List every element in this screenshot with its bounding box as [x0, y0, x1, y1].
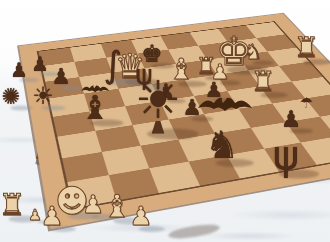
flying-bat-silhouette	[196, 93, 254, 113]
white-rook-sanitizer-bottle[interactable]: ♜	[293, 35, 318, 62]
captured-light-soap-dispenser-glyph: ♝	[103, 192, 131, 221]
black-pawn-umbrella[interactable]: ♟☂	[281, 109, 302, 131]
captured-light-ringed-pawn-glyph: ♟	[82, 193, 104, 217]
black-queen-coronavirus[interactable]: ☀	[135, 76, 182, 134]
white-rook-toilet-paper-glyph: ♜	[251, 69, 275, 95]
captured-dark-pawn-glyph: ♟	[10, 61, 28, 80]
captured-dark-pawn[interactable]: ♟	[31, 55, 49, 74]
black-rook-hand-glyph: ψ	[273, 136, 299, 174]
captured-light-ringed-pawn[interactable]: ♟	[82, 193, 104, 217]
black-pawn-umbrella-glyph: ♟	[281, 109, 302, 131]
black-rook-hand[interactable]: ψ	[273, 136, 299, 174]
umbrella-icon: ☂	[300, 96, 313, 110]
captured-light-ringed-pawn-glyph: ♟	[40, 204, 63, 229]
black-bishop-bat-glyph: ♝	[80, 92, 110, 123]
captured-light-bottle-glyph: ♜	[0, 191, 25, 220]
black-knight-horse-glyph: ♞	[205, 127, 239, 163]
black-bishop-bat[interactable]: ♝	[80, 92, 110, 123]
captured-light-ringed-pawn[interactable]: ♟	[40, 204, 63, 229]
white-rook-sanitizer-bottle-glyph: ♜	[293, 35, 318, 62]
black-queen-coronavirus-glyph: ☀	[135, 76, 182, 125]
white-rook-toilet-paper[interactable]: ♜	[251, 69, 275, 95]
captured-dark-pawn[interactable]: ♟	[10, 61, 28, 80]
captured-light-ringed-masked-pawn[interactable]: ♟	[129, 204, 152, 229]
captured-dark-pangolin[interactable]: ✺	[2, 87, 20, 108]
pieces-layer: ♜♞♚♚♟♜♟♛∫♟♝♟ψ♜♟♟✺☀♟♝ ♟☂☀♞ψ☻♟♜♝♟♟♟	[0, 0, 330, 242]
captured-dark-virus[interactable]: ☀	[32, 85, 54, 108]
pandemic-chess-scene: ♜♞♚♚♟♜♟♛∫♟♝♟ψ♜♟♟✺☀♟♝ ♟☂☀♞ψ☻♟♜♝♟♟♟	[0, 0, 330, 242]
captured-dark-pawn-glyph: ♟	[31, 55, 49, 74]
black-knight-horse[interactable]: ♞	[205, 127, 239, 163]
captured-light-soap-dispenser[interactable]: ♝	[103, 192, 131, 221]
captured-dark-virus-glyph: ☀	[32, 85, 54, 108]
captured-light-ringed-masked-pawn-glyph: ♟	[129, 204, 152, 229]
bat-wings-icon	[80, 83, 110, 94]
captured-dark-cobra[interactable]: ∫	[104, 48, 123, 82]
captured-dark-cobra-glyph: ∫	[104, 48, 123, 82]
captured-dark-pangolin-glyph: ✺	[2, 87, 20, 108]
captured-light-bottle[interactable]: ♜	[0, 191, 25, 220]
